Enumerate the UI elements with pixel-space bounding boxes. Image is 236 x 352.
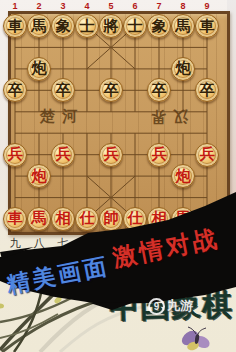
watermark-circle-9: 9 (148, 298, 165, 315)
piece-red-兵[interactable]: 兵 (99, 143, 123, 167)
piece-red-車[interactable]: 車 (3, 207, 27, 231)
piece-red-馬[interactable]: 馬 (27, 207, 51, 231)
piece-black-馬[interactable]: 馬 (171, 14, 195, 38)
piece-red-仕[interactable]: 仕 (75, 207, 99, 231)
piece-black-炮[interactable]: 炮 (27, 57, 51, 81)
file-number-7: 7 (156, 1, 161, 11)
piece-red-兵[interactable]: 兵 (195, 143, 219, 167)
file-number-2: 2 (36, 1, 41, 11)
watermark-text: 九游 (167, 297, 193, 315)
river-label-chu-he: 楚河 (40, 107, 84, 126)
file-number-9: 9 (204, 1, 209, 11)
piece-red-兵[interactable]: 兵 (147, 143, 171, 167)
river-label-han-jie: 汉界 (144, 107, 188, 126)
piece-black-士[interactable]: 士 (75, 14, 99, 38)
file-number-6: 6 (132, 1, 137, 11)
file-label-2: 八 (34, 236, 45, 251)
piece-black-象[interactable]: 象 (51, 14, 75, 38)
file-label-4: 六 (82, 236, 93, 251)
piece-black-將[interactable]: 將 (99, 14, 123, 38)
file-number-5: 5 (108, 1, 113, 11)
piece-red-兵[interactable]: 兵 (51, 143, 75, 167)
file-number-8: 8 (180, 1, 185, 11)
piece-black-車[interactable]: 車 (195, 14, 219, 38)
piece-black-士[interactable]: 士 (123, 14, 147, 38)
piece-red-兵[interactable]: 兵 (3, 143, 27, 167)
piece-red-炮[interactable]: 炮 (27, 164, 51, 188)
piece-black-炮[interactable]: 炮 (171, 57, 195, 81)
xiangqi-app: 123456789 楚河 汉界 車馬象士將士象馬車炮炮卒卒卒卒卒兵兵兵 (0, 0, 236, 352)
piece-black-馬[interactable]: 馬 (27, 14, 51, 38)
piece-red-炮[interactable]: 炮 (171, 164, 195, 188)
file-number-3: 3 (60, 1, 65, 11)
piece-black-象[interactable]: 象 (147, 14, 171, 38)
piece-red-相[interactable]: 相 (147, 207, 171, 231)
butterfly (179, 327, 211, 352)
piece-red-仕[interactable]: 仕 (123, 207, 147, 231)
piece-red-帥[interactable]: 帥 (99, 207, 123, 231)
watermark-9game: 9 九游 (148, 297, 193, 315)
file-number-4: 4 (84, 1, 89, 11)
file-number-1: 1 (12, 1, 17, 11)
file-label-3: 七 (58, 236, 69, 251)
piece-black-車[interactable]: 車 (3, 14, 27, 38)
board[interactable]: 楚河 汉界 車馬象士將士象馬車炮炮卒卒卒卒卒兵兵兵兵兵炮炮車馬相仕帥仕相馬車 (8, 11, 230, 235)
piece-red-相[interactable]: 相 (51, 207, 75, 231)
file-label-1: 九 (10, 236, 21, 251)
